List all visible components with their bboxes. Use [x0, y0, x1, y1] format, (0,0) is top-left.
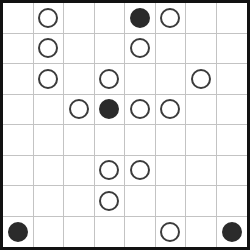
cell-r1c0[interactable]	[3, 34, 34, 65]
cell-r3c2[interactable]	[64, 95, 95, 126]
cell-r2c6[interactable]	[186, 64, 217, 95]
cell-r4c0[interactable]	[3, 125, 34, 156]
cell-r0c0[interactable]	[3, 3, 34, 34]
cell-r1c4[interactable]	[125, 34, 156, 65]
black-circle-clue	[8, 222, 28, 242]
cell-r3c5[interactable]	[156, 95, 187, 126]
cell-r7c6[interactable]	[186, 217, 217, 248]
cell-r6c3[interactable]	[95, 186, 126, 217]
cell-r4c3[interactable]	[95, 125, 126, 156]
cell-r0c3[interactable]	[95, 3, 126, 34]
cell-r4c4[interactable]	[125, 125, 156, 156]
cell-r0c2[interactable]	[64, 3, 95, 34]
cell-r5c0[interactable]	[3, 156, 34, 187]
cell-r5c2[interactable]	[64, 156, 95, 187]
cell-r2c7[interactable]	[217, 64, 248, 95]
cell-r0c5[interactable]	[156, 3, 187, 34]
masyu-board	[0, 0, 250, 250]
cell-r7c4[interactable]	[125, 217, 156, 248]
cell-r7c3[interactable]	[95, 217, 126, 248]
white-circle-clue	[160, 222, 180, 242]
cell-r4c5[interactable]	[156, 125, 187, 156]
white-circle-clue	[99, 191, 119, 211]
white-circle-clue	[160, 8, 180, 28]
cell-r0c1[interactable]	[34, 3, 65, 34]
cell-r3c6[interactable]	[186, 95, 217, 126]
white-circle-clue	[69, 99, 89, 119]
cell-r6c0[interactable]	[3, 186, 34, 217]
white-circle-clue	[38, 8, 58, 28]
cell-r4c2[interactable]	[64, 125, 95, 156]
cell-r6c2[interactable]	[64, 186, 95, 217]
cell-r1c1[interactable]	[34, 34, 65, 65]
cell-r1c5[interactable]	[156, 34, 187, 65]
cell-r6c7[interactable]	[217, 186, 248, 217]
cell-r2c1[interactable]	[34, 64, 65, 95]
cell-r4c1[interactable]	[34, 125, 65, 156]
white-circle-clue	[160, 99, 180, 119]
cell-r1c3[interactable]	[95, 34, 126, 65]
cell-r6c6[interactable]	[186, 186, 217, 217]
black-circle-clue	[222, 222, 242, 242]
cell-r5c7[interactable]	[217, 156, 248, 187]
cell-r3c1[interactable]	[34, 95, 65, 126]
cell-r2c5[interactable]	[156, 64, 187, 95]
cell-r7c0[interactable]	[3, 217, 34, 248]
cell-r7c5[interactable]	[156, 217, 187, 248]
cell-r5c6[interactable]	[186, 156, 217, 187]
cell-r2c0[interactable]	[3, 64, 34, 95]
cell-r3c7[interactable]	[217, 95, 248, 126]
cell-r5c3[interactable]	[95, 156, 126, 187]
cell-r4c7[interactable]	[217, 125, 248, 156]
cell-r0c4[interactable]	[125, 3, 156, 34]
white-circle-clue	[99, 160, 119, 180]
cell-r1c7[interactable]	[217, 34, 248, 65]
white-circle-clue	[130, 99, 150, 119]
black-circle-clue	[99, 99, 119, 119]
cell-r3c4[interactable]	[125, 95, 156, 126]
cell-r4c6[interactable]	[186, 125, 217, 156]
cell-r0c6[interactable]	[186, 3, 217, 34]
white-circle-clue	[99, 69, 119, 89]
cell-r6c1[interactable]	[34, 186, 65, 217]
white-circle-clue	[38, 38, 58, 58]
cell-r2c3[interactable]	[95, 64, 126, 95]
white-circle-clue	[38, 69, 58, 89]
cell-r7c7[interactable]	[217, 217, 248, 248]
cell-r1c2[interactable]	[64, 34, 95, 65]
white-circle-clue	[191, 69, 211, 89]
cell-r5c4[interactable]	[125, 156, 156, 187]
cell-r6c5[interactable]	[156, 186, 187, 217]
black-circle-clue	[130, 8, 150, 28]
white-circle-clue	[130, 38, 150, 58]
cell-r7c1[interactable]	[34, 217, 65, 248]
cell-r1c6[interactable]	[186, 34, 217, 65]
cell-r6c4[interactable]	[125, 186, 156, 217]
cell-r2c4[interactable]	[125, 64, 156, 95]
cell-r3c0[interactable]	[3, 95, 34, 126]
cell-r0c7[interactable]	[217, 3, 248, 34]
cell-r2c2[interactable]	[64, 64, 95, 95]
cell-r5c5[interactable]	[156, 156, 187, 187]
cell-r7c2[interactable]	[64, 217, 95, 248]
white-circle-clue	[130, 160, 150, 180]
cell-r3c3[interactable]	[95, 95, 126, 126]
cell-r5c1[interactable]	[34, 156, 65, 187]
